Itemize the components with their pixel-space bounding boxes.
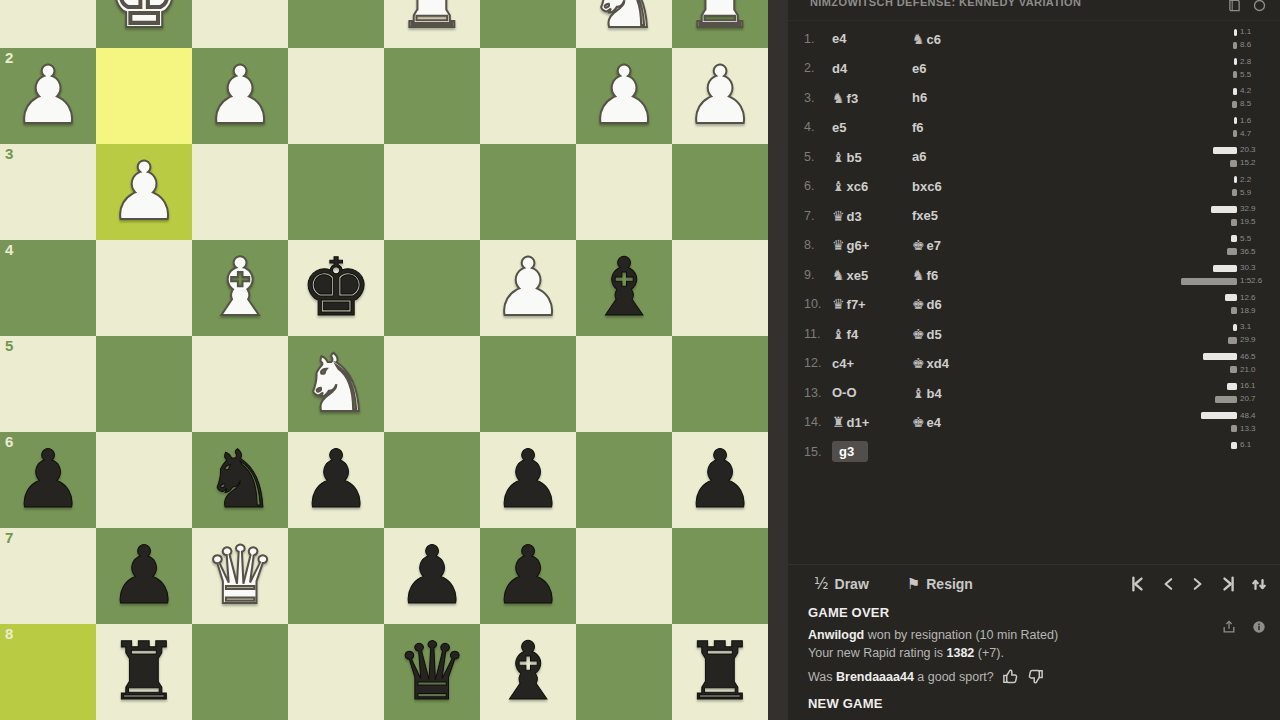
move-row: 4.e5f61.64.7 xyxy=(804,113,1266,143)
square-d8[interactable]: ♛ xyxy=(384,624,480,720)
move-black[interactable]: h6 xyxy=(912,90,1032,105)
move-row: 1.e4♞c61.18.6 xyxy=(804,24,1266,54)
time-bar xyxy=(1233,88,1237,95)
black-piece-P-d7[interactable]: ♟ xyxy=(384,528,480,624)
move-white[interactable]: d4 xyxy=(832,61,912,76)
move-black[interactable]: bxc6 xyxy=(912,179,1032,194)
move-white[interactable]: e4 xyxy=(832,31,912,46)
square-f4[interactable]: ♝ xyxy=(192,240,288,336)
move-row: 2.d4e62.85.5 xyxy=(804,54,1266,84)
game-over-title: GAME OVER xyxy=(808,604,1266,623)
time-value: 2.8 xyxy=(1240,58,1266,66)
white-piece-N-b1[interactable]: ♞ xyxy=(576,0,672,48)
square-a8[interactable]: ♜ xyxy=(672,624,768,720)
time-value: 19.5 xyxy=(1240,218,1266,226)
black-piece-P-h6[interactable]: ♟ xyxy=(0,432,96,528)
half-point-icon: ½ xyxy=(814,575,829,593)
piece-icon-K: ♚ xyxy=(912,414,925,430)
white-piece-P-a2[interactable]: ♟ xyxy=(672,48,768,144)
square-h2[interactable]: 2♟ xyxy=(0,48,96,144)
time-value: 12.6 xyxy=(1240,294,1266,302)
rank-label-7: 7 xyxy=(5,530,13,545)
share-icon[interactable] xyxy=(1222,620,1236,639)
move-times: 12.618.9 xyxy=(1225,292,1266,317)
time-value: 32.9 xyxy=(1240,205,1266,213)
square-g2[interactable] xyxy=(96,48,192,144)
move-number: 7. xyxy=(804,209,824,223)
piece-icon-Q: ♛ xyxy=(832,296,845,312)
square-f7[interactable]: ♛ xyxy=(192,528,288,624)
square-h7[interactable]: 7 xyxy=(0,528,96,624)
rank-label-4: 4 xyxy=(5,242,13,257)
resign-button[interactable]: ⚑ Resign xyxy=(901,574,979,594)
time-value: 20.7 xyxy=(1240,395,1266,403)
good-sport-row: Was Brendaaaa44 a good sport? xyxy=(808,668,1044,685)
move-times: 20.315.2 xyxy=(1213,144,1266,169)
draw-button[interactable]: ½ Draw xyxy=(808,574,875,594)
move-black[interactable]: ♞f6 xyxy=(912,267,1032,283)
square-c6[interactable]: ♟ xyxy=(480,432,576,528)
move-times: 46.521.0 xyxy=(1203,351,1266,376)
square-d1[interactable]: ♜ xyxy=(384,0,480,48)
square-e2[interactable] xyxy=(288,48,384,144)
move-black[interactable]: ♚xd4 xyxy=(912,355,1032,371)
settings-circle-icon[interactable] xyxy=(1253,0,1266,16)
square-f2[interactable]: ♟ xyxy=(192,48,288,144)
square-f8[interactable] xyxy=(192,624,288,720)
time-bar xyxy=(1227,383,1237,390)
square-d5[interactable] xyxy=(384,336,480,432)
time-value: 5.9 xyxy=(1240,189,1266,197)
time-bar xyxy=(1213,147,1237,154)
move-row: 10.♛f7+♚d612.618.9 xyxy=(804,290,1266,320)
move-row: 7.♛d3fxe532.919.5 xyxy=(804,201,1266,231)
square-g6[interactable] xyxy=(96,432,192,528)
move-number: 1. xyxy=(804,32,824,46)
move-black[interactable]: ♝b4 xyxy=(912,385,1032,401)
time-value: 48.4 xyxy=(1240,412,1266,420)
square-b2[interactable]: ♟ xyxy=(576,48,672,144)
move-black[interactable]: e6 xyxy=(912,61,1032,76)
rank-label-3: 3 xyxy=(5,146,13,161)
white-piece-K-g1[interactable]: ♚ xyxy=(96,0,192,48)
move-times: 30.31:52.6 xyxy=(1181,262,1266,287)
square-d6[interactable] xyxy=(384,432,480,528)
resign-flag-icon: ⚑ xyxy=(907,575,920,593)
square-c1[interactable] xyxy=(480,0,576,48)
black-piece-B-b4[interactable]: ♝ xyxy=(576,240,672,336)
move-times: 1.64.7 xyxy=(1233,115,1266,140)
move-black[interactable]: fxe5 xyxy=(912,208,1032,223)
white-piece-P-h2[interactable]: ♟ xyxy=(0,48,96,144)
time-value: 3.1 xyxy=(1240,323,1266,331)
time-bar xyxy=(1201,412,1237,419)
time-bar xyxy=(1233,324,1237,331)
move-times: 32.919.5 xyxy=(1211,203,1266,228)
white-piece-P-b2[interactable]: ♟ xyxy=(576,48,672,144)
time-value: 6.1 xyxy=(1240,441,1266,449)
time-bar xyxy=(1228,337,1237,344)
time-bar xyxy=(1232,101,1237,108)
chess-board[interactable]: ♜♞♜♚♟♟♟2♟♟3♝♟♚♝4♞5♟♟♟♞6♟♟♟♛♟7♜♝♛♜8 xyxy=(0,0,768,720)
time-bar xyxy=(1231,219,1237,226)
time-value: 13.3 xyxy=(1240,425,1266,433)
square-b6[interactable] xyxy=(576,432,672,528)
move-times: 3.129.9 xyxy=(1228,321,1266,346)
piece-icon-B: ♝ xyxy=(912,385,925,401)
back-button[interactable] xyxy=(1160,575,1176,593)
time-bar xyxy=(1234,58,1237,65)
time-bar xyxy=(1231,425,1237,432)
flip-board-icon[interactable] xyxy=(1252,577,1266,592)
move-number: 13. xyxy=(804,386,824,400)
time-value: 21.0 xyxy=(1240,366,1266,374)
square-b5[interactable] xyxy=(576,336,672,432)
square-b3[interactable] xyxy=(576,144,672,240)
square-d7[interactable]: ♟ xyxy=(384,528,480,624)
black-piece-Q-d8[interactable]: ♛ xyxy=(384,624,480,720)
move-row: 15.g36.1 xyxy=(804,437,1266,467)
move-number: 8. xyxy=(804,238,824,252)
square-h1[interactable] xyxy=(0,0,96,48)
move-number: 10. xyxy=(804,297,824,311)
white-piece-N-e5[interactable]: ♞ xyxy=(288,336,384,432)
white-piece-R-d1[interactable]: ♜ xyxy=(384,0,480,48)
move-row: 13.O-O♝b416.120.7 xyxy=(804,378,1266,408)
square-a5[interactable] xyxy=(672,336,768,432)
move-row: 6.♝xc6bxc62.25.9 xyxy=(804,172,1266,202)
square-a3[interactable] xyxy=(672,144,768,240)
move-number: 4. xyxy=(804,120,824,134)
piece-icon-N: ♞ xyxy=(832,267,845,283)
square-c7[interactable]: ♟ xyxy=(480,528,576,624)
game-result-line: Anwilogd won by resignation (10 min Rate… xyxy=(808,626,1266,644)
move-white[interactable]: ♛d3 xyxy=(832,208,912,224)
square-c4[interactable]: ♟ xyxy=(480,240,576,336)
time-bar xyxy=(1233,42,1237,49)
info-icon[interactable] xyxy=(1252,620,1266,639)
square-h3[interactable]: 3 xyxy=(0,144,96,240)
move-white[interactable]: O-O xyxy=(832,385,912,400)
new-game-title: NEW GAME xyxy=(808,696,883,711)
move-black[interactable]: ♚d6 xyxy=(912,296,1032,312)
piece-icon-K: ♚ xyxy=(912,296,925,312)
time-value: 18.9 xyxy=(1240,307,1266,315)
square-a2[interactable]: ♟ xyxy=(672,48,768,144)
move-white[interactable]: ♝f4 xyxy=(832,326,912,342)
time-bar xyxy=(1230,366,1237,373)
piece-icon-B: ♝ xyxy=(832,326,845,342)
black-piece-K-e4[interactable]: ♚ xyxy=(288,240,384,336)
move-black[interactable]: ♚e7 xyxy=(912,237,1032,253)
go-to-end-button[interactable] xyxy=(1220,575,1238,593)
time-value: 1.1 xyxy=(1240,28,1266,36)
move-times: 1.18.6 xyxy=(1233,26,1266,51)
square-c2[interactable] xyxy=(480,48,576,144)
black-piece-P-g7[interactable]: ♟ xyxy=(96,528,192,624)
time-value: 1.6 xyxy=(1240,117,1266,125)
move-black[interactable]: ♚e4 xyxy=(912,414,1032,430)
square-g3[interactable]: ♟ xyxy=(96,144,192,240)
move-number: 15. xyxy=(804,445,824,459)
move-number: 2. xyxy=(804,61,824,75)
black-piece-R-a8[interactable]: ♜ xyxy=(672,624,768,720)
move-number: 6. xyxy=(804,179,824,193)
rank-label-5: 5 xyxy=(5,338,13,353)
rank-label-8: 8 xyxy=(5,626,13,641)
square-f5[interactable] xyxy=(192,336,288,432)
piece-icon-B: ♝ xyxy=(832,149,845,165)
move-number: 14. xyxy=(804,415,824,429)
piece-icon-K: ♚ xyxy=(912,326,925,342)
white-piece-R-a1[interactable]: ♜ xyxy=(672,0,768,48)
white-piece-Q-f7[interactable]: ♛ xyxy=(192,528,288,624)
time-value: 36.5 xyxy=(1240,248,1266,256)
time-bar xyxy=(1231,235,1237,242)
move-times: 16.120.7 xyxy=(1215,380,1266,405)
square-c3[interactable] xyxy=(480,144,576,240)
time-value: 46.5 xyxy=(1240,353,1266,361)
move-number: 3. xyxy=(804,91,824,105)
time-value: 1:52.6 xyxy=(1240,277,1266,285)
time-value: 16.1 xyxy=(1240,382,1266,390)
square-b8[interactable] xyxy=(576,624,672,720)
time-bar xyxy=(1213,265,1237,272)
time-value: 20.3 xyxy=(1240,146,1266,154)
move-times: 6.1 xyxy=(1231,439,1266,451)
time-value: 30.3 xyxy=(1240,264,1266,272)
go-to-start-button[interactable] xyxy=(1128,575,1146,593)
square-d2[interactable] xyxy=(384,48,480,144)
square-b7[interactable] xyxy=(576,528,672,624)
move-white[interactable]: ♛f7+ xyxy=(832,296,912,312)
move-times: 2.85.5 xyxy=(1233,56,1266,81)
time-bar xyxy=(1225,294,1237,301)
move-white[interactable]: c4+ xyxy=(832,356,912,371)
move-number: 5. xyxy=(804,150,824,164)
white-piece-P-c4[interactable]: ♟ xyxy=(480,240,576,336)
move-black[interactable]: f6 xyxy=(912,120,1032,135)
move-row: 3.♞f3h64.28.5 xyxy=(804,83,1266,113)
move-row: 14.♜d1+♚e448.413.3 xyxy=(804,408,1266,438)
move-row: 12.c4+♚xd446.521.0 xyxy=(804,349,1266,379)
game-over-section: GAME OVER Anwilogd won by resignation (1… xyxy=(808,604,1266,662)
move-row: 9.♞xe5♞f630.31:52.6 xyxy=(804,260,1266,290)
square-a1[interactable]: ♜ xyxy=(672,0,768,48)
time-bar xyxy=(1234,117,1237,124)
move-number: 12. xyxy=(804,356,824,370)
square-e3[interactable] xyxy=(288,144,384,240)
move-row: 8.♛g6+♚e75.536.5 xyxy=(804,231,1266,261)
time-value: 4.7 xyxy=(1240,130,1266,138)
draw-label: Draw xyxy=(835,576,869,592)
white-piece-P-g3[interactable]: ♟ xyxy=(96,144,192,240)
time-value: 5.5 xyxy=(1240,235,1266,243)
square-g5[interactable] xyxy=(96,336,192,432)
move-row: 5.♝b5a620.315.2 xyxy=(804,142,1266,172)
square-g1[interactable]: ♚ xyxy=(96,0,192,48)
move-times: 5.536.5 xyxy=(1227,233,1266,258)
piece-icon-B: ♝ xyxy=(832,178,845,194)
move-row: 11.♝f4♚d53.129.9 xyxy=(804,319,1266,349)
square-c5[interactable] xyxy=(480,336,576,432)
square-e8[interactable] xyxy=(288,624,384,720)
square-a4[interactable] xyxy=(672,240,768,336)
thumbs-up-button[interactable] xyxy=(1002,668,1019,685)
game-controls: ½ Draw ⚑ Resign xyxy=(788,564,1280,603)
time-value: 29.9 xyxy=(1240,336,1266,344)
time-bar xyxy=(1211,206,1237,213)
piece-icon-Q: ♛ xyxy=(832,237,845,253)
piece-icon-R: ♜ xyxy=(832,414,845,430)
time-bar xyxy=(1215,396,1237,403)
time-bar xyxy=(1233,130,1237,137)
square-f6[interactable]: ♞ xyxy=(192,432,288,528)
square-c8[interactable]: ♝ xyxy=(480,624,576,720)
square-g7[interactable]: ♟ xyxy=(96,528,192,624)
time-bar xyxy=(1231,307,1237,314)
time-bar xyxy=(1203,353,1237,360)
time-bar xyxy=(1181,278,1237,285)
square-f3[interactable] xyxy=(192,144,288,240)
square-a6[interactable]: ♟ xyxy=(672,432,768,528)
time-bar xyxy=(1233,71,1237,78)
time-bar xyxy=(1232,189,1237,196)
time-bar xyxy=(1234,176,1237,183)
opening-name: NIMZOWITSCH DEFENSE: KENNEDY VARIATION xyxy=(810,0,1081,8)
piece-icon-K: ♚ xyxy=(912,237,925,253)
move-number: 11. xyxy=(804,327,824,341)
move-times: 4.28.5 xyxy=(1232,85,1266,110)
square-e4[interactable]: ♚ xyxy=(288,240,384,336)
square-g4[interactable] xyxy=(96,240,192,336)
opening-header: NIMZOWITSCH DEFENSE: KENNEDY VARIATION xyxy=(788,0,1280,21)
square-b4[interactable]: ♝ xyxy=(576,240,672,336)
move-white[interactable]: ♞xe5 xyxy=(832,267,912,283)
move-number: 9. xyxy=(804,268,824,282)
black-piece-P-c6[interactable]: ♟ xyxy=(480,432,576,528)
black-piece-P-e6[interactable]: ♟ xyxy=(288,432,384,528)
square-g8[interactable]: ♜ xyxy=(96,624,192,720)
move-white[interactable]: ♝xc6 xyxy=(832,178,912,194)
move-white[interactable]: ♝b5 xyxy=(832,149,912,165)
white-piece-B-f4[interactable]: ♝ xyxy=(192,240,288,336)
rating-line: Your new Rapid rating is 1382 (+7). xyxy=(808,644,1266,662)
square-a7[interactable] xyxy=(672,528,768,624)
time-bar xyxy=(1231,442,1237,449)
move-list: 1.e4♞c61.18.62.d4e62.85.53.♞f3h64.28.54.… xyxy=(804,24,1266,467)
good-sport-question: Was Brendaaaa44 a good sport? xyxy=(808,670,994,684)
square-d4[interactable] xyxy=(384,240,480,336)
resign-label: Resign xyxy=(926,576,973,592)
piece-icon-N: ♞ xyxy=(832,90,845,106)
forward-button[interactable] xyxy=(1190,575,1206,593)
move-black[interactable]: a6 xyxy=(912,149,1032,164)
square-e6[interactable]: ♟ xyxy=(288,432,384,528)
square-h4[interactable]: 4 xyxy=(0,240,96,336)
piece-icon-Q: ♛ xyxy=(832,208,845,224)
square-h8[interactable]: 8 xyxy=(0,624,96,720)
piece-icon-K: ♚ xyxy=(912,355,925,371)
square-e5[interactable]: ♞ xyxy=(288,336,384,432)
time-value: 2.2 xyxy=(1240,176,1266,184)
move-white[interactable]: e5 xyxy=(832,120,912,135)
move-white[interactable]: ♛g6+ xyxy=(832,237,912,253)
time-bar xyxy=(1234,29,1237,36)
black-piece-B-c8[interactable]: ♝ xyxy=(480,624,576,720)
white-piece-P-f2[interactable]: ♟ xyxy=(192,48,288,144)
black-piece-P-c7[interactable]: ♟ xyxy=(480,528,576,624)
time-value: 8.5 xyxy=(1240,100,1266,108)
move-black[interactable]: ♞c6 xyxy=(912,31,1032,47)
time-bar xyxy=(1227,248,1237,255)
move-times: 48.413.3 xyxy=(1201,410,1266,435)
time-value: 5.5 xyxy=(1240,71,1266,79)
move-black[interactable]: ♚d5 xyxy=(912,326,1032,342)
square-f1[interactable] xyxy=(192,0,288,48)
sidebar: NIMZOWITSCH DEFENSE: KENNEDY VARIATION 1… xyxy=(788,0,1280,720)
book-icon[interactable] xyxy=(1228,0,1241,16)
square-h6[interactable]: 6♟ xyxy=(0,432,96,528)
move-white[interactable]: g3 xyxy=(832,441,912,462)
square-d3[interactable] xyxy=(384,144,480,240)
black-piece-N-f6[interactable]: ♞ xyxy=(192,432,288,528)
square-e7[interactable] xyxy=(288,528,384,624)
piece-icon-N: ♞ xyxy=(912,31,925,47)
square-b1[interactable]: ♞ xyxy=(576,0,672,48)
piece-icon-N: ♞ xyxy=(912,267,925,283)
move-white[interactable]: ♞f3 xyxy=(832,90,912,106)
time-value: 8.6 xyxy=(1240,41,1266,49)
black-piece-R-g8[interactable]: ♜ xyxy=(96,624,192,720)
move-times: 2.25.9 xyxy=(1232,174,1266,199)
square-e1[interactable] xyxy=(288,0,384,48)
time-value: 15.2 xyxy=(1240,159,1266,167)
move-white[interactable]: ♜d1+ xyxy=(832,414,912,430)
time-bar xyxy=(1230,160,1237,167)
time-value: 4.2 xyxy=(1240,87,1266,95)
square-h5[interactable]: 5 xyxy=(0,336,96,432)
black-piece-P-a6[interactable]: ♟ xyxy=(672,432,768,528)
thumbs-down-button[interactable] xyxy=(1027,668,1044,685)
